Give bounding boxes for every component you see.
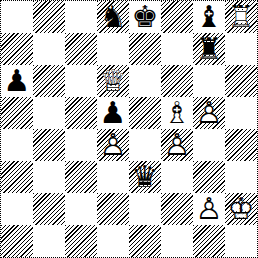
piece-black-pawn-a6: ♟♟	[1, 65, 33, 97]
piece-white-rook-h8: ♜♖	[225, 1, 257, 33]
square-a7[interactable]	[1, 33, 33, 65]
square-a4[interactable]	[1, 129, 33, 161]
white-pawn-icon: ♙	[97, 129, 129, 161]
square-e2[interactable]	[129, 193, 161, 225]
square-c5[interactable]	[65, 97, 97, 129]
square-e6[interactable]	[129, 65, 161, 97]
square-e8[interactable]: ♚♚	[129, 1, 161, 33]
square-g8[interactable]: ♝♝	[193, 1, 225, 33]
square-g3[interactable]	[193, 161, 225, 193]
piece-black-rook-g7: ♜♜	[193, 33, 225, 65]
square-f1[interactable]	[161, 225, 193, 257]
piece-black-knight-d8: ♞♞	[97, 1, 129, 33]
square-b7[interactable]	[33, 33, 65, 65]
square-a3[interactable]	[1, 161, 33, 193]
square-c1[interactable]	[65, 225, 97, 257]
square-d3[interactable]	[97, 161, 129, 193]
square-e7[interactable]	[129, 33, 161, 65]
square-h2[interactable]: ♚♔	[225, 193, 257, 225]
square-h6[interactable]	[225, 65, 257, 97]
square-a2[interactable]	[1, 193, 33, 225]
black-pawn-icon: ♟	[97, 97, 129, 129]
square-d1[interactable]	[97, 225, 129, 257]
square-a1[interactable]	[1, 225, 33, 257]
square-e1[interactable]	[129, 225, 161, 257]
piece-white-pawn-d4: ♟♙	[97, 129, 129, 161]
white-rook-icon: ♖	[225, 1, 257, 33]
square-h5[interactable]	[225, 97, 257, 129]
white-pawn-icon: ♙	[193, 193, 225, 225]
square-f7[interactable]	[161, 33, 193, 65]
square-c7[interactable]	[65, 33, 97, 65]
black-pawn-icon: ♟	[1, 65, 33, 97]
square-h7[interactable]	[225, 33, 257, 65]
square-d7[interactable]	[97, 33, 129, 65]
square-f3[interactable]	[161, 161, 193, 193]
piece-white-pawn-g5: ♟♙	[193, 97, 225, 129]
square-b1[interactable]	[33, 225, 65, 257]
piece-white-king-h2: ♚♔	[225, 193, 257, 225]
square-b8[interactable]	[33, 1, 65, 33]
piece-white-pawn-g2: ♟♙	[193, 193, 225, 225]
square-d4[interactable]: ♟♙	[97, 129, 129, 161]
square-c4[interactable]	[65, 129, 97, 161]
square-d5[interactable]: ♟♟	[97, 97, 129, 129]
square-d2[interactable]	[97, 193, 129, 225]
square-b5[interactable]	[33, 97, 65, 129]
square-f2[interactable]	[161, 193, 193, 225]
white-king-icon: ♔	[225, 193, 257, 225]
square-h1[interactable]	[225, 225, 257, 257]
square-c6[interactable]	[65, 65, 97, 97]
black-knight-icon: ♞	[97, 1, 129, 33]
piece-black-king-e8: ♚♚	[129, 1, 161, 33]
square-e5[interactable]	[129, 97, 161, 129]
square-a6[interactable]: ♟♟	[1, 65, 33, 97]
square-g4[interactable]	[193, 129, 225, 161]
square-c3[interactable]	[65, 161, 97, 193]
square-h8[interactable]: ♜♖	[225, 1, 257, 33]
square-c2[interactable]	[65, 193, 97, 225]
square-h4[interactable]	[225, 129, 257, 161]
square-b4[interactable]	[33, 129, 65, 161]
piece-black-pawn-d5: ♟♟	[97, 97, 129, 129]
square-f6[interactable]	[161, 65, 193, 97]
piece-white-bishop-f5: ♝♗	[161, 97, 193, 129]
square-b6[interactable]	[33, 65, 65, 97]
square-f8[interactable]	[161, 1, 193, 33]
piece-black-queen-e3: ♛♛	[129, 161, 161, 193]
square-g6[interactable]	[193, 65, 225, 97]
black-queen-icon: ♛	[129, 161, 161, 193]
square-g1[interactable]	[193, 225, 225, 257]
square-g5[interactable]: ♟♙	[193, 97, 225, 129]
square-a8[interactable]	[1, 1, 33, 33]
square-g2[interactable]: ♟♙	[193, 193, 225, 225]
chess-board: ♞♞♚♚♝♝♜♖♜♜♟♟♛♕♟♟♝♗♟♙♟♙♟♙♛♛♟♙♚♔	[0, 0, 258, 258]
white-pawn-icon: ♙	[161, 129, 193, 161]
black-bishop-icon: ♝	[193, 1, 225, 33]
square-g7[interactable]: ♜♜	[193, 33, 225, 65]
black-king-icon: ♚	[129, 1, 161, 33]
square-a5[interactable]	[1, 97, 33, 129]
square-c8[interactable]	[65, 1, 97, 33]
square-e4[interactable]	[129, 129, 161, 161]
square-f4[interactable]: ♟♙	[161, 129, 193, 161]
white-queen-icon: ♕	[97, 65, 129, 97]
square-f5[interactable]: ♝♗	[161, 97, 193, 129]
piece-black-bishop-g8: ♝♝	[193, 1, 225, 33]
square-h3[interactable]	[225, 161, 257, 193]
square-d6[interactable]: ♛♕	[97, 65, 129, 97]
white-pawn-icon: ♙	[193, 97, 225, 129]
square-b3[interactable]	[33, 161, 65, 193]
black-rook-icon: ♜	[193, 33, 225, 65]
piece-white-pawn-f4: ♟♙	[161, 129, 193, 161]
square-e3[interactable]: ♛♛	[129, 161, 161, 193]
square-b2[interactable]	[33, 193, 65, 225]
white-bishop-icon: ♗	[161, 97, 193, 129]
piece-white-queen-d6: ♛♕	[97, 65, 129, 97]
square-d8[interactable]: ♞♞	[97, 1, 129, 33]
